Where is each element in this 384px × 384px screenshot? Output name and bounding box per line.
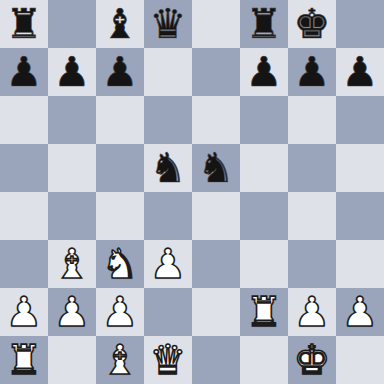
- piece-white-pawn[interactable]: ♟: [96, 288, 144, 336]
- piece-white-rook[interactable]: ♜: [0, 336, 48, 384]
- square-d1[interactable]: ♛: [144, 336, 192, 384]
- square-d8[interactable]: ♛: [144, 0, 192, 48]
- chess-board: ♜♝♛♜♚♟♟♟♟♟♟♞♞♝♞♟♟♟♟♜♟♟♜♝♛♚: [0, 0, 384, 384]
- square-h5[interactable]: [336, 144, 384, 192]
- square-c6[interactable]: [96, 96, 144, 144]
- piece-black-pawn[interactable]: ♟: [48, 48, 96, 96]
- square-e4[interactable]: [192, 192, 240, 240]
- square-b6[interactable]: [48, 96, 96, 144]
- square-g2[interactable]: ♟: [288, 288, 336, 336]
- piece-black-bishop[interactable]: ♝: [96, 0, 144, 48]
- piece-white-pawn[interactable]: ♟: [0, 288, 48, 336]
- square-h3[interactable]: [336, 240, 384, 288]
- piece-white-pawn[interactable]: ♟: [48, 288, 96, 336]
- square-g4[interactable]: [288, 192, 336, 240]
- square-h4[interactable]: [336, 192, 384, 240]
- piece-white-pawn[interactable]: ♟: [144, 240, 192, 288]
- square-a3[interactable]: [0, 240, 48, 288]
- square-c2[interactable]: ♟: [96, 288, 144, 336]
- piece-white-king[interactable]: ♚: [288, 336, 336, 384]
- square-d2[interactable]: [144, 288, 192, 336]
- square-d5[interactable]: ♞: [144, 144, 192, 192]
- square-a4[interactable]: [0, 192, 48, 240]
- piece-white-pawn[interactable]: ♟: [336, 288, 384, 336]
- square-f8[interactable]: ♜: [240, 0, 288, 48]
- square-h1[interactable]: [336, 336, 384, 384]
- piece-white-knight[interactable]: ♞: [96, 240, 144, 288]
- square-h8[interactable]: [336, 0, 384, 48]
- square-f3[interactable]: [240, 240, 288, 288]
- square-b1[interactable]: [48, 336, 96, 384]
- piece-black-pawn[interactable]: ♟: [288, 48, 336, 96]
- square-a6[interactable]: [0, 96, 48, 144]
- square-d4[interactable]: [144, 192, 192, 240]
- square-h2[interactable]: ♟: [336, 288, 384, 336]
- square-d7[interactable]: [144, 48, 192, 96]
- square-b5[interactable]: [48, 144, 96, 192]
- square-g8[interactable]: ♚: [288, 0, 336, 48]
- piece-white-pawn[interactable]: ♟: [288, 288, 336, 336]
- square-e5[interactable]: ♞: [192, 144, 240, 192]
- square-f7[interactable]: ♟: [240, 48, 288, 96]
- piece-black-rook[interactable]: ♜: [0, 0, 48, 48]
- square-a5[interactable]: [0, 144, 48, 192]
- square-g7[interactable]: ♟: [288, 48, 336, 96]
- square-e2[interactable]: [192, 288, 240, 336]
- square-g6[interactable]: [288, 96, 336, 144]
- square-g5[interactable]: [288, 144, 336, 192]
- piece-black-pawn[interactable]: ♟: [96, 48, 144, 96]
- piece-white-rook[interactable]: ♜: [240, 288, 288, 336]
- square-b7[interactable]: ♟: [48, 48, 96, 96]
- square-b3[interactable]: ♝: [48, 240, 96, 288]
- square-e7[interactable]: [192, 48, 240, 96]
- piece-black-pawn[interactable]: ♟: [0, 48, 48, 96]
- square-f6[interactable]: [240, 96, 288, 144]
- square-g3[interactable]: [288, 240, 336, 288]
- square-c8[interactable]: ♝: [96, 0, 144, 48]
- piece-black-king[interactable]: ♚: [288, 0, 336, 48]
- square-c3[interactable]: ♞: [96, 240, 144, 288]
- square-f5[interactable]: [240, 144, 288, 192]
- square-h7[interactable]: ♟: [336, 48, 384, 96]
- piece-white-bishop[interactable]: ♝: [96, 336, 144, 384]
- square-d3[interactable]: ♟: [144, 240, 192, 288]
- piece-black-rook[interactable]: ♜: [240, 0, 288, 48]
- piece-black-pawn[interactable]: ♟: [240, 48, 288, 96]
- square-g1[interactable]: ♚: [288, 336, 336, 384]
- square-c4[interactable]: [96, 192, 144, 240]
- square-c1[interactable]: ♝: [96, 336, 144, 384]
- square-c5[interactable]: [96, 144, 144, 192]
- square-f2[interactable]: ♜: [240, 288, 288, 336]
- square-a7[interactable]: ♟: [0, 48, 48, 96]
- square-a1[interactable]: ♜: [0, 336, 48, 384]
- square-e3[interactable]: [192, 240, 240, 288]
- square-d6[interactable]: [144, 96, 192, 144]
- square-c7[interactable]: ♟: [96, 48, 144, 96]
- square-e6[interactable]: [192, 96, 240, 144]
- piece-black-knight[interactable]: ♞: [144, 144, 192, 192]
- square-b4[interactable]: [48, 192, 96, 240]
- square-b8[interactable]: [48, 0, 96, 48]
- piece-black-pawn[interactable]: ♟: [336, 48, 384, 96]
- square-b2[interactable]: ♟: [48, 288, 96, 336]
- square-h6[interactable]: [336, 96, 384, 144]
- piece-black-knight[interactable]: ♞: [192, 144, 240, 192]
- square-e1[interactable]: [192, 336, 240, 384]
- piece-white-queen[interactable]: ♛: [144, 336, 192, 384]
- square-f1[interactable]: [240, 336, 288, 384]
- square-e8[interactable]: [192, 0, 240, 48]
- square-a8[interactable]: ♜: [0, 0, 48, 48]
- square-a2[interactable]: ♟: [0, 288, 48, 336]
- square-f4[interactable]: [240, 192, 288, 240]
- piece-black-queen[interactable]: ♛: [144, 0, 192, 48]
- piece-white-bishop[interactable]: ♝: [48, 240, 96, 288]
